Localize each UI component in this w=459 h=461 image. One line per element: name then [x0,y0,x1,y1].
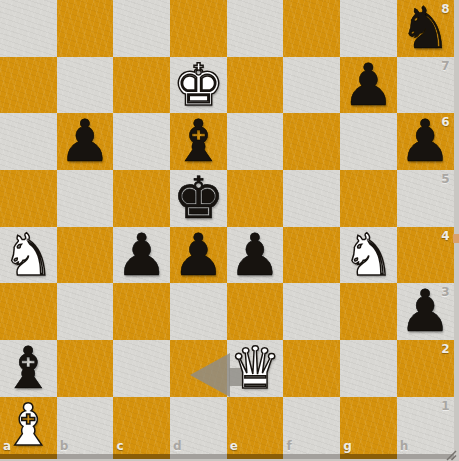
square-h6[interactable]: ♟6 [397,113,454,170]
file-label-d: d [173,440,182,452]
square-a1[interactable]: ♝a [0,397,57,454]
square-c4[interactable]: ♟ [113,227,170,284]
square-e6[interactable] [227,113,284,170]
board-widget: ♞8♚♟7♟♝♟6♚5♞♟♟♟♞4♟3♝♛2♝abcdefgh1 [0,0,459,461]
square-c3[interactable] [113,283,170,340]
bevel-segment [227,454,284,459]
square-c6[interactable] [113,113,170,170]
square-a8[interactable] [0,0,57,57]
square-a5[interactable] [0,170,57,227]
square-h3[interactable]: ♟3 [397,283,454,340]
edge-notch [453,234,459,243]
square-a6[interactable] [0,113,57,170]
file-label-b: b [60,440,69,452]
file-label-f: f [286,440,291,452]
bevel-segment [170,454,227,459]
piece-black-pawn[interactable]: ♟ [170,227,227,284]
square-d2[interactable] [170,340,227,397]
piece-white-knight[interactable]: ♞ [0,227,57,284]
square-g8[interactable] [340,0,397,57]
square-d8[interactable] [170,0,227,57]
file-label-h: h [400,440,409,452]
square-c8[interactable] [113,0,170,57]
square-g1[interactable]: g [340,397,397,454]
square-f6[interactable] [283,113,340,170]
square-g2[interactable] [340,340,397,397]
square-b6[interactable]: ♟ [57,113,114,170]
piece-black-king[interactable]: ♚ [170,170,227,227]
resize-handle-icon[interactable] [444,446,457,459]
square-c7[interactable] [113,57,170,114]
square-e4[interactable]: ♟ [227,227,284,284]
piece-black-knight[interactable]: ♞ [397,0,454,57]
square-e2[interactable]: ♛ [227,340,284,397]
square-g7[interactable]: ♟ [340,57,397,114]
square-h4[interactable]: 4 [397,227,454,284]
square-b8[interactable] [57,0,114,57]
file-label-e: e [230,440,238,452]
square-d7[interactable]: ♚ [170,57,227,114]
square-f8[interactable] [283,0,340,57]
square-e1[interactable]: e [227,397,284,454]
file-label-c: c [116,440,123,452]
square-c1[interactable]: c [113,397,170,454]
piece-black-pawn[interactable]: ♟ [397,113,454,170]
square-f7[interactable] [283,57,340,114]
square-g3[interactable] [340,283,397,340]
square-d6[interactable]: ♝ [170,113,227,170]
piece-black-pawn[interactable]: ♟ [227,227,284,284]
square-b1[interactable]: b [57,397,114,454]
square-g4[interactable]: ♞ [340,227,397,284]
piece-black-bishop[interactable]: ♝ [0,340,57,397]
square-d4[interactable]: ♟ [170,227,227,284]
square-e7[interactable] [227,57,284,114]
square-d5[interactable]: ♚ [170,170,227,227]
square-c2[interactable] [113,340,170,397]
square-b2[interactable] [57,340,114,397]
piece-black-pawn[interactable]: ♟ [397,283,454,340]
square-f5[interactable] [283,170,340,227]
square-a3[interactable] [0,283,57,340]
bevel-segment [57,454,114,459]
bevel-segment [340,454,397,459]
square-h7[interactable]: 7 [397,57,454,114]
square-b5[interactable] [57,170,114,227]
piece-white-bishop[interactable]: ♝ [0,397,57,454]
square-d3[interactable] [170,283,227,340]
bevel-segment [113,454,170,459]
square-e5[interactable] [227,170,284,227]
piece-black-pawn[interactable]: ♟ [113,227,170,284]
piece-white-queen[interactable]: ♛ [227,340,284,397]
square-h5[interactable]: 5 [397,170,454,227]
square-b3[interactable] [57,283,114,340]
square-e8[interactable] [227,0,284,57]
square-f4[interactable] [283,227,340,284]
square-b4[interactable] [57,227,114,284]
square-f1[interactable]: f [283,397,340,454]
square-h2[interactable]: 2 [397,340,454,397]
file-label-g: g [343,440,352,452]
square-g6[interactable] [340,113,397,170]
piece-white-king[interactable]: ♚ [170,57,227,114]
square-a7[interactable] [0,57,57,114]
piece-black-bishop[interactable]: ♝ [170,113,227,170]
square-a2[interactable]: ♝ [0,340,57,397]
square-f2[interactable] [283,340,340,397]
square-e3[interactable] [227,283,284,340]
piece-black-pawn[interactable]: ♟ [340,57,397,114]
square-b7[interactable] [57,57,114,114]
square-c5[interactable] [113,170,170,227]
square-h8[interactable]: ♞8 [397,0,454,57]
square-h1[interactable]: h1 [397,397,454,454]
rank-label-4: 4 [441,230,449,242]
chess-board: ♞8♚♟7♟♝♟6♚5♞♟♟♟♞4♟3♝♛2♝abcdefgh1 [0,0,454,454]
square-a4[interactable]: ♞ [0,227,57,284]
piece-black-pawn[interactable]: ♟ [57,113,114,170]
square-d1[interactable]: d [170,397,227,454]
square-g5[interactable] [340,170,397,227]
bevel-segment [283,454,340,459]
board-bottom-bevel [0,454,454,459]
piece-white-knight[interactable]: ♞ [340,227,397,284]
square-f3[interactable] [283,283,340,340]
rank-label-1: 1 [441,400,449,412]
